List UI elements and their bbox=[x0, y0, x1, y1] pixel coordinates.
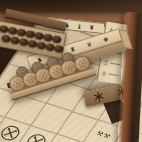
dark-disc-piece[interactable] bbox=[52, 35, 62, 44]
crossed-axes-roundel-icon bbox=[22, 130, 50, 142]
pictogram-icon: ♝ bbox=[76, 23, 82, 30]
pictogram-icon: ♜ bbox=[89, 24, 95, 31]
legend-note bbox=[109, 73, 119, 76]
legend-note bbox=[111, 62, 121, 65]
legend-pictogram-icon: ♖ bbox=[103, 59, 109, 66]
dark-disc-piece[interactable] bbox=[54, 45, 64, 54]
legend-pictogram-icon: ♕ bbox=[101, 70, 107, 77]
glyph-pair-mark: ⚒⚒ bbox=[95, 130, 113, 141]
photo-scene: ⚒⚒ ♟♞♝♜ ♙♘♗♖♕ ♟ ♞ ♝ ♜ ♛ ♚ ♟ bbox=[0, 0, 142, 142]
star-mark-icon bbox=[91, 86, 106, 107]
